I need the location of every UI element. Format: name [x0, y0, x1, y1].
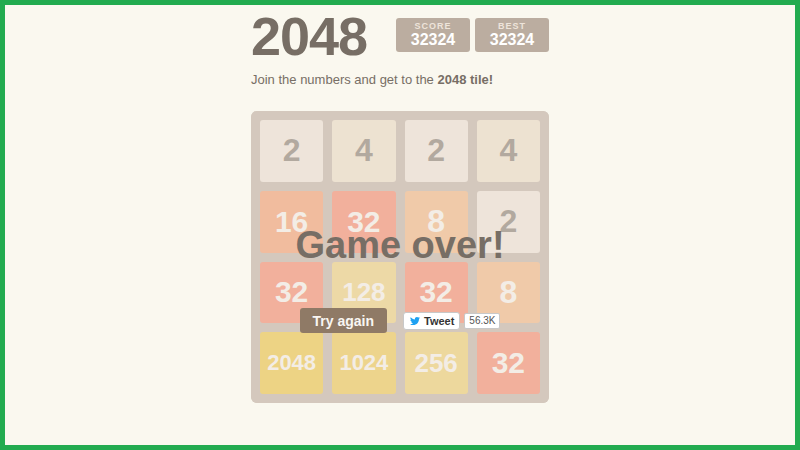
score-box: SCORE 32324 [396, 18, 470, 52]
best-box: BEST 32324 [475, 18, 549, 52]
header: 2048 SCORE 32324 BEST 32324 [251, 15, 549, 61]
game-over-actions: Try again Tweet 56.3K [251, 308, 549, 333]
page: 2048 SCORE 32324 BEST 32324 Join the num… [0, 0, 800, 450]
score-value: 32324 [411, 31, 456, 49]
best-label: BEST [498, 21, 526, 31]
try-again-button[interactable]: Try again [300, 308, 387, 333]
subtitle-goal: 2048 tile! [437, 72, 493, 87]
subtitle-text: Join the numbers and get to the [251, 72, 437, 87]
score-label: SCORE [414, 21, 451, 31]
subtitle: Join the numbers and get to the 2048 til… [251, 71, 549, 89]
game-over-overlay: Game over! Try again Tweet 56.3K [251, 111, 549, 403]
tweet-widget: Tweet 56.3K [403, 312, 501, 330]
tweet-count-badge[interactable]: 56.3K [464, 313, 500, 329]
game-over-message: Game over! [251, 224, 549, 267]
game-container: 2048 SCORE 32324 BEST 32324 Join the num… [251, 15, 549, 403]
page-title: 2048 [251, 15, 367, 57]
twitter-bird-icon [409, 316, 421, 326]
best-value: 32324 [490, 31, 535, 49]
scores-container: SCORE 32324 BEST 32324 [396, 18, 549, 52]
board: 2424163282321283282048102425632 Game ove… [251, 111, 549, 403]
tweet-button-label: Tweet [424, 315, 454, 327]
tweet-button[interactable]: Tweet [403, 312, 460, 330]
